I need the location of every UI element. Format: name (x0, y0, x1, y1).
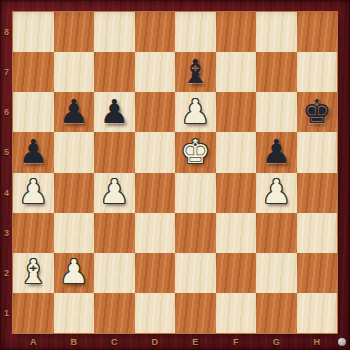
square-h5[interactable] (297, 132, 338, 172)
square-e3[interactable] (175, 213, 216, 253)
square-h6[interactable]: ♚ (297, 92, 338, 132)
square-c1[interactable] (94, 293, 135, 333)
square-e2[interactable] (175, 253, 216, 293)
rank-label-7: 7 (0, 52, 13, 92)
square-g1[interactable] (256, 293, 297, 333)
square-e5[interactable]: ♚ (175, 132, 216, 172)
square-c5[interactable] (94, 132, 135, 172)
rank-label-4: 4 (0, 173, 13, 213)
square-c8[interactable] (94, 12, 135, 52)
square-e1[interactable] (175, 293, 216, 333)
square-d3[interactable] (135, 213, 176, 253)
file-label-b: B (54, 333, 95, 350)
square-h1[interactable] (297, 293, 338, 333)
square-b5[interactable] (54, 132, 95, 172)
square-d5[interactable] (135, 132, 176, 172)
square-f3[interactable] (216, 213, 257, 253)
square-b3[interactable] (54, 213, 95, 253)
rank-label-1: 1 (0, 293, 13, 333)
rank-label-3: 3 (0, 213, 13, 253)
square-b2[interactable]: ♟ (54, 253, 95, 293)
square-b6[interactable]: ♟ (54, 92, 95, 132)
square-a7[interactable] (13, 52, 54, 92)
piece-white-king-e5[interactable]: ♚ (180, 135, 210, 168)
piece-white-pawn-b2[interactable]: ♟ (59, 255, 89, 288)
square-g8[interactable] (256, 12, 297, 52)
square-a1[interactable] (13, 293, 54, 333)
square-d4[interactable] (135, 173, 176, 213)
file-labels: ABCDEFGH (13, 333, 337, 350)
square-a4[interactable]: ♟ (13, 173, 54, 213)
piece-black-pawn-c6[interactable]: ♟ (99, 95, 129, 128)
square-h4[interactable] (297, 173, 338, 213)
square-c3[interactable] (94, 213, 135, 253)
piece-black-pawn-a5[interactable]: ♟ (18, 135, 48, 168)
file-label-c: C (94, 333, 135, 350)
square-c6[interactable]: ♟ (94, 92, 135, 132)
square-b7[interactable] (54, 52, 95, 92)
file-label-e: E (175, 333, 216, 350)
square-g4[interactable]: ♟ (256, 173, 297, 213)
square-f6[interactable] (216, 92, 257, 132)
rank-label-6: 6 (0, 92, 13, 132)
square-f4[interactable] (216, 173, 257, 213)
rank-label-5: 5 (0, 132, 13, 172)
square-e7[interactable]: ♝ (175, 52, 216, 92)
square-h2[interactable] (297, 253, 338, 293)
file-label-a: A (13, 333, 54, 350)
rank-labels: 87654321 (0, 12, 13, 333)
square-a5[interactable]: ♟ (13, 132, 54, 172)
square-f8[interactable] (216, 12, 257, 52)
piece-white-pawn-a4[interactable]: ♟ (18, 175, 48, 208)
file-label-g: G (256, 333, 297, 350)
file-label-f: F (216, 333, 257, 350)
file-label-h: H (297, 333, 338, 350)
square-h7[interactable] (297, 52, 338, 92)
square-g5[interactable]: ♟ (256, 132, 297, 172)
piece-white-pawn-e6[interactable]: ♟ (180, 95, 210, 128)
square-c2[interactable] (94, 253, 135, 293)
piece-black-pawn-g5[interactable]: ♟ (261, 135, 291, 168)
square-d2[interactable] (135, 253, 176, 293)
square-f2[interactable] (216, 253, 257, 293)
white-to-move-indicator (338, 338, 346, 346)
square-d1[interactable] (135, 293, 176, 333)
square-f5[interactable] (216, 132, 257, 172)
square-h8[interactable] (297, 12, 338, 52)
square-g7[interactable] (256, 52, 297, 92)
square-g3[interactable] (256, 213, 297, 253)
square-a3[interactable] (13, 213, 54, 253)
square-b1[interactable] (54, 293, 95, 333)
square-d7[interactable] (135, 52, 176, 92)
chessboard-frame: ♝♟♟♟♚♟♚♟♟♟♟♝♟ 87654321 ABCDEFGH (0, 0, 350, 350)
chessboard: ♝♟♟♟♚♟♚♟♟♟♟♝♟ (13, 12, 337, 333)
square-e4[interactable] (175, 173, 216, 213)
square-b4[interactable] (54, 173, 95, 213)
piece-white-pawn-c4[interactable]: ♟ (99, 175, 129, 208)
square-g2[interactable] (256, 253, 297, 293)
rank-label-8: 8 (0, 12, 13, 52)
square-f1[interactable] (216, 293, 257, 333)
piece-white-bishop-a2[interactable]: ♝ (18, 255, 48, 288)
piece-black-bishop-e7[interactable]: ♝ (180, 55, 210, 88)
square-d6[interactable] (135, 92, 176, 132)
square-c7[interactable] (94, 52, 135, 92)
rank-label-2: 2 (0, 253, 13, 293)
square-a2[interactable]: ♝ (13, 253, 54, 293)
square-b8[interactable] (54, 12, 95, 52)
square-c4[interactable]: ♟ (94, 173, 135, 213)
square-g6[interactable] (256, 92, 297, 132)
piece-black-king-h6[interactable]: ♚ (302, 95, 332, 128)
square-a6[interactable] (13, 92, 54, 132)
square-f7[interactable] (216, 52, 257, 92)
square-e6[interactable]: ♟ (175, 92, 216, 132)
square-a8[interactable] (13, 12, 54, 52)
square-d8[interactable] (135, 12, 176, 52)
piece-black-pawn-b6[interactable]: ♟ (59, 95, 89, 128)
square-e8[interactable] (175, 12, 216, 52)
piece-white-pawn-g4[interactable]: ♟ (261, 175, 291, 208)
file-label-d: D (135, 333, 176, 350)
square-h3[interactable] (297, 213, 338, 253)
